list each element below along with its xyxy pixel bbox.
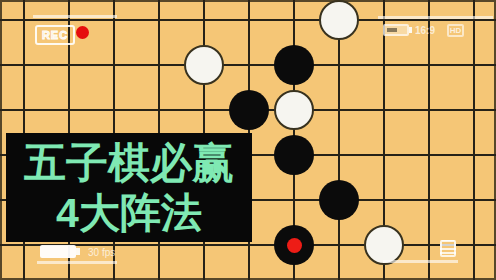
stone-white [274,90,314,130]
fps-label: 30 fps [88,247,115,258]
stone-black [229,90,269,130]
stone-black [274,45,314,85]
viewfinder-frame-bottom-left [37,261,117,264]
battery-tip [409,27,412,33]
battery-icon [383,24,409,36]
title-line-1: 五子棋必赢 [24,138,234,188]
aspect-ratio-label: 16:9 [415,25,435,36]
video-frame: 五子棋必赢 4大阵法 REC 16:9 HD 30 fps [0,0,496,280]
stone-white [364,225,404,265]
title-line-2: 4大阵法 [56,188,202,238]
viewfinder-frame-top-left [33,15,117,18]
stone-white [319,0,359,40]
battery-icon-bottom [40,245,76,258]
stone-black [319,180,359,220]
last-move-marker [287,238,302,253]
stone-black [274,135,314,175]
rec-badge: REC [35,25,75,45]
viewfinder-frame-top-right [378,16,493,19]
record-dot-icon [76,26,89,39]
rec-label: REC [42,29,68,41]
battery-tip-bottom [76,248,80,255]
hd-badge: HD [447,24,464,37]
stone-black-last-move [274,225,314,265]
storage-card-icon [440,240,456,257]
viewfinder-frame-bottom-right [383,260,458,263]
stone-white [184,45,224,85]
title-overlay: 五子棋必赢 4大阵法 [6,133,252,242]
